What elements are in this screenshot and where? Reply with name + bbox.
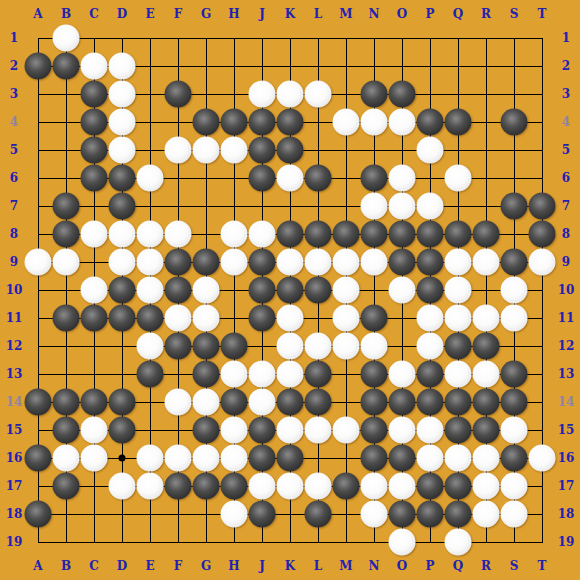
stone-black	[389, 445, 416, 472]
stone-black	[249, 417, 276, 444]
row-label-right: 17	[558, 480, 575, 492]
stone-black	[445, 221, 472, 248]
stone-white	[305, 333, 332, 360]
stone-black	[137, 305, 164, 332]
row-label-left: 13	[6, 368, 23, 380]
stone-black	[361, 445, 388, 472]
stone-black	[389, 249, 416, 276]
stone-white	[305, 417, 332, 444]
stone-white	[501, 277, 528, 304]
col-label-top: B	[61, 8, 71, 20]
stone-white	[361, 501, 388, 528]
stone-white	[81, 221, 108, 248]
col-label-bottom: A	[33, 560, 42, 572]
stone-white	[333, 249, 360, 276]
stone-white	[305, 249, 332, 276]
stone-black	[445, 389, 472, 416]
stone-white	[137, 165, 164, 192]
col-label-top: H	[228, 8, 239, 20]
stone-white	[221, 361, 248, 388]
stone-black	[165, 277, 192, 304]
stone-white	[165, 305, 192, 332]
stone-black	[361, 165, 388, 192]
stone-black	[529, 221, 556, 248]
stone-black	[473, 221, 500, 248]
stone-black	[53, 473, 80, 500]
stone-white	[137, 221, 164, 248]
stone-black	[165, 473, 192, 500]
row-label-right: 16	[558, 452, 575, 464]
stone-white	[389, 529, 416, 556]
stone-white	[277, 473, 304, 500]
stone-black	[445, 473, 472, 500]
row-label-right: 4	[562, 116, 570, 128]
go-board[interactable]: AABBCCDDEEFFGGHHJJKKLLMMNNOOPPQQRRSSTT11…	[0, 0, 580, 580]
stone-black	[277, 277, 304, 304]
col-label-top: Q	[453, 8, 463, 20]
stone-black	[305, 221, 332, 248]
stone-black	[277, 221, 304, 248]
stone-white	[417, 417, 444, 444]
stone-black	[333, 221, 360, 248]
stone-black	[193, 333, 220, 360]
stone-black	[53, 305, 80, 332]
col-label-bottom: T	[538, 560, 547, 572]
stone-black	[193, 417, 220, 444]
stone-black	[361, 389, 388, 416]
stone-black	[109, 165, 136, 192]
stone-white	[473, 361, 500, 388]
stone-white	[333, 109, 360, 136]
stone-white	[389, 417, 416, 444]
stone-black	[109, 389, 136, 416]
stone-white	[109, 221, 136, 248]
stone-white	[333, 277, 360, 304]
stone-white	[389, 361, 416, 388]
stone-black	[249, 137, 276, 164]
row-label-left: 16	[6, 452, 23, 464]
stone-white	[193, 277, 220, 304]
stone-black	[389, 501, 416, 528]
stone-white	[529, 249, 556, 276]
stone-white	[473, 249, 500, 276]
col-label-bottom: P	[425, 560, 434, 572]
row-label-right: 8	[562, 228, 570, 240]
stone-white	[137, 445, 164, 472]
stone-white	[333, 333, 360, 360]
stone-black	[445, 109, 472, 136]
col-label-bottom: H	[228, 560, 239, 572]
stone-black	[109, 193, 136, 220]
row-label-left: 1	[10, 32, 18, 44]
row-label-left: 14	[6, 396, 23, 408]
stone-white	[389, 193, 416, 220]
row-label-right: 15	[558, 424, 575, 436]
stone-white	[417, 445, 444, 472]
stone-white	[389, 109, 416, 136]
col-label-top: O	[397, 8, 407, 20]
stone-white	[389, 165, 416, 192]
stone-black	[193, 109, 220, 136]
row-label-right: 11	[558, 312, 575, 324]
stone-black	[249, 445, 276, 472]
stone-white	[137, 277, 164, 304]
stone-black	[417, 221, 444, 248]
stone-white	[417, 137, 444, 164]
col-label-bottom: S	[510, 560, 519, 572]
stone-black	[417, 249, 444, 276]
row-label-left: 6	[10, 172, 18, 184]
stone-black	[221, 333, 248, 360]
stone-black	[389, 389, 416, 416]
stone-black	[473, 333, 500, 360]
stone-black	[529, 193, 556, 220]
stone-white	[109, 81, 136, 108]
col-label-bottom: B	[61, 560, 71, 572]
stone-white	[473, 473, 500, 500]
stone-black	[473, 389, 500, 416]
col-label-top: M	[339, 8, 352, 20]
stone-black	[501, 361, 528, 388]
row-label-left: 3	[10, 88, 18, 100]
stone-white	[165, 445, 192, 472]
stone-white	[81, 277, 108, 304]
stone-black	[81, 165, 108, 192]
col-label-top: A	[33, 8, 42, 20]
stone-black	[361, 305, 388, 332]
stone-white	[109, 109, 136, 136]
stone-black	[417, 109, 444, 136]
stone-white	[109, 473, 136, 500]
stone-black	[221, 473, 248, 500]
col-label-bottom: D	[117, 560, 127, 572]
stone-white	[53, 445, 80, 472]
col-label-top: N	[369, 8, 380, 20]
stone-black	[81, 109, 108, 136]
stone-black	[53, 193, 80, 220]
row-label-right: 19	[558, 536, 575, 548]
stone-black	[193, 249, 220, 276]
row-label-left: 11	[6, 312, 23, 324]
stone-white	[305, 81, 332, 108]
stone-black	[81, 137, 108, 164]
stone-black	[137, 361, 164, 388]
stone-white	[501, 473, 528, 500]
stone-black	[417, 501, 444, 528]
col-label-top: J	[259, 8, 265, 20]
stone-white	[445, 277, 472, 304]
stone-black	[445, 417, 472, 444]
col-label-bottom: J	[259, 560, 265, 572]
col-label-top: D	[117, 8, 127, 20]
col-label-bottom: L	[314, 560, 322, 572]
stone-white	[305, 473, 332, 500]
stone-black	[305, 501, 332, 528]
stone-black	[361, 417, 388, 444]
stone-black	[277, 109, 304, 136]
col-label-bottom: N	[369, 560, 380, 572]
stone-white	[361, 473, 388, 500]
row-label-left: 10	[6, 284, 23, 296]
row-label-right: 2	[562, 60, 570, 72]
stone-black	[81, 305, 108, 332]
stone-white	[417, 305, 444, 332]
stone-white	[277, 333, 304, 360]
stone-white	[445, 529, 472, 556]
stone-black	[389, 221, 416, 248]
stone-white	[277, 81, 304, 108]
stone-black	[361, 361, 388, 388]
row-label-right: 12	[558, 340, 575, 352]
stone-white	[361, 333, 388, 360]
stone-black	[165, 81, 192, 108]
stone-black	[249, 501, 276, 528]
stone-black	[109, 417, 136, 444]
stone-black	[25, 53, 52, 80]
stone-white	[445, 361, 472, 388]
col-label-top: C	[89, 8, 99, 20]
stone-black	[333, 473, 360, 500]
stone-white	[473, 501, 500, 528]
col-label-top: P	[425, 8, 434, 20]
stone-black	[221, 109, 248, 136]
stone-white	[221, 445, 248, 472]
stone-white	[361, 249, 388, 276]
stone-black	[53, 221, 80, 248]
stone-white	[277, 249, 304, 276]
stone-white	[165, 389, 192, 416]
stone-white	[529, 445, 556, 472]
stone-black	[81, 81, 108, 108]
stone-white	[473, 305, 500, 332]
stone-black	[361, 81, 388, 108]
stone-black	[249, 165, 276, 192]
stone-black	[501, 445, 528, 472]
stone-white	[249, 221, 276, 248]
stone-black	[305, 165, 332, 192]
stone-black	[417, 389, 444, 416]
stone-white	[221, 249, 248, 276]
col-label-bottom: K	[285, 560, 295, 572]
stone-white	[277, 417, 304, 444]
col-label-top: G	[201, 8, 211, 20]
stone-white	[361, 109, 388, 136]
stone-black	[305, 361, 332, 388]
stone-white	[53, 25, 80, 52]
stone-black	[249, 249, 276, 276]
row-label-right: 18	[558, 508, 575, 520]
stone-white	[277, 305, 304, 332]
stone-black	[389, 81, 416, 108]
row-label-right: 5	[562, 144, 570, 156]
row-label-right: 9	[562, 256, 570, 268]
stone-white	[417, 333, 444, 360]
stone-white	[81, 53, 108, 80]
row-label-right: 14	[558, 396, 575, 408]
row-label-left: 18	[6, 508, 23, 520]
stone-black	[221, 389, 248, 416]
stone-black	[193, 473, 220, 500]
row-label-left: 17	[6, 480, 23, 492]
col-label-bottom: O	[397, 560, 407, 572]
col-label-bottom: C	[89, 560, 99, 572]
stone-white	[501, 305, 528, 332]
stone-white	[193, 389, 220, 416]
stone-black	[305, 277, 332, 304]
stone-white	[473, 445, 500, 472]
stone-black	[249, 109, 276, 136]
col-label-bottom: F	[174, 560, 183, 572]
stone-black	[501, 249, 528, 276]
col-label-bottom: G	[201, 560, 211, 572]
stone-black	[501, 109, 528, 136]
stone-white	[193, 445, 220, 472]
stone-black	[249, 305, 276, 332]
stone-black	[53, 53, 80, 80]
stone-white	[445, 165, 472, 192]
col-label-bottom: Q	[453, 560, 463, 572]
stone-black	[109, 277, 136, 304]
stone-black	[501, 193, 528, 220]
stone-white	[221, 137, 248, 164]
row-label-left: 4	[10, 116, 18, 128]
stone-white	[249, 361, 276, 388]
stone-white	[501, 417, 528, 444]
row-label-left: 19	[6, 536, 23, 548]
row-label-right: 1	[562, 32, 570, 44]
stone-white	[81, 445, 108, 472]
stone-black	[109, 305, 136, 332]
stone-black	[53, 389, 80, 416]
row-label-right: 7	[562, 200, 570, 212]
col-label-top: T	[538, 8, 547, 20]
stone-white	[53, 249, 80, 276]
stone-white	[277, 165, 304, 192]
stone-white	[333, 305, 360, 332]
stone-black	[277, 445, 304, 472]
row-label-left: 9	[10, 256, 18, 268]
col-label-bottom: R	[481, 560, 491, 572]
row-label-left: 15	[6, 424, 23, 436]
stone-white	[137, 473, 164, 500]
stone-white	[389, 473, 416, 500]
stone-white	[221, 221, 248, 248]
stone-black	[277, 137, 304, 164]
stone-white	[193, 137, 220, 164]
stone-black	[277, 389, 304, 416]
stone-black	[25, 389, 52, 416]
stone-white	[137, 333, 164, 360]
col-label-top: S	[510, 8, 519, 20]
row-label-right: 13	[558, 368, 575, 380]
stone-black	[193, 361, 220, 388]
col-label-bottom: M	[339, 560, 352, 572]
row-label-left: 12	[6, 340, 23, 352]
stone-black	[165, 249, 192, 276]
stone-black	[165, 333, 192, 360]
stone-white	[109, 137, 136, 164]
stone-white	[137, 249, 164, 276]
stone-white	[221, 417, 248, 444]
stone-white	[501, 501, 528, 528]
stone-white	[389, 277, 416, 304]
stone-black	[445, 333, 472, 360]
row-label-right: 10	[558, 284, 575, 296]
stone-black	[53, 417, 80, 444]
stone-black	[501, 389, 528, 416]
stone-white	[417, 193, 444, 220]
col-label-bottom: E	[145, 560, 154, 572]
stone-black	[305, 389, 332, 416]
col-label-top: K	[285, 8, 295, 20]
stone-black	[445, 501, 472, 528]
stone-white	[361, 193, 388, 220]
row-label-right: 3	[562, 88, 570, 100]
stone-white	[193, 305, 220, 332]
row-label-left: 5	[10, 144, 18, 156]
row-label-right: 6	[562, 172, 570, 184]
stone-black	[473, 417, 500, 444]
row-label-left: 2	[10, 60, 18, 72]
row-label-left: 7	[10, 200, 18, 212]
stone-black	[361, 221, 388, 248]
stone-white	[249, 473, 276, 500]
col-label-top: L	[314, 8, 322, 20]
row-label-left: 8	[10, 228, 18, 240]
stone-black	[81, 389, 108, 416]
stone-black	[25, 501, 52, 528]
stone-black	[417, 361, 444, 388]
stone-black	[417, 473, 444, 500]
stone-white	[221, 501, 248, 528]
stone-white	[81, 417, 108, 444]
stone-white	[333, 417, 360, 444]
star-point	[119, 455, 126, 462]
col-label-top: F	[174, 8, 183, 20]
stone-white	[109, 53, 136, 80]
col-label-top: E	[145, 8, 154, 20]
stone-black	[25, 445, 52, 472]
stone-white	[165, 221, 192, 248]
stone-white	[109, 249, 136, 276]
stone-black	[417, 277, 444, 304]
stone-white	[445, 305, 472, 332]
stone-white	[25, 249, 52, 276]
stone-white	[165, 137, 192, 164]
stone-white	[249, 81, 276, 108]
stone-white	[277, 361, 304, 388]
stone-white	[445, 249, 472, 276]
col-label-top: R	[481, 8, 491, 20]
stone-white	[445, 445, 472, 472]
stone-black	[249, 277, 276, 304]
stone-white	[249, 389, 276, 416]
